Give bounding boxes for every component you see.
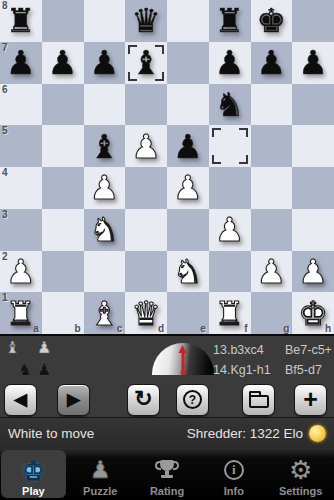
square-b7[interactable]: ♟ xyxy=(42,42,84,84)
square-b6[interactable] xyxy=(42,84,84,126)
file-label: g xyxy=(283,323,289,334)
tab-play[interactable]: ♚ Play xyxy=(1,450,66,498)
white-pawn: ♟ xyxy=(209,209,251,251)
rotate-icon: ↻ xyxy=(134,388,152,410)
square-c6[interactable] xyxy=(84,84,126,126)
square-f3[interactable]: ♟ xyxy=(209,209,251,251)
king-icon: ♚ xyxy=(21,456,45,484)
new-game-button[interactable]: + xyxy=(294,384,327,416)
side-to-move-text: White to move xyxy=(8,426,94,441)
evaluation-gauge xyxy=(152,343,214,375)
toolbar: ◀ ▶ ↻ ? + xyxy=(0,382,334,417)
tab-settings[interactable]: ⚙ Settings xyxy=(267,448,334,500)
square-g1[interactable]: g xyxy=(251,292,293,334)
square-e2[interactable]: ♞ xyxy=(167,251,209,293)
square-e7[interactable] xyxy=(167,42,209,84)
square-f5[interactable] xyxy=(209,125,251,167)
white-knight: ♞ xyxy=(167,251,209,293)
move-list: 13.b3xc4 Be7-c5+ 14.Kg1-h1 Bf5-d7 xyxy=(213,340,332,380)
load-game-button[interactable] xyxy=(242,384,275,416)
captured-black-knight: ♞ xyxy=(18,359,32,381)
tab-label: Info xyxy=(224,485,244,497)
file-label: b xyxy=(74,323,80,334)
square-f6[interactable]: ♞ xyxy=(209,84,251,126)
tab-puzzle[interactable]: ♟ Puzzle xyxy=(67,448,134,500)
square-c1[interactable]: c♝ xyxy=(84,292,126,334)
captured-pieces-tray: ♝♟ ♞♟ xyxy=(2,337,60,383)
back-button[interactable]: ◀ xyxy=(4,384,37,416)
white-pawn: ♟ xyxy=(251,251,293,293)
square-g2[interactable]: ♟ xyxy=(251,251,293,293)
square-h6[interactable] xyxy=(292,84,334,126)
square-c5[interactable]: ♝ xyxy=(84,125,126,167)
square-f4[interactable] xyxy=(209,167,251,209)
square-a8[interactable]: 8♜ xyxy=(0,0,42,42)
move-row: 14.Kg1-h1 Bf5-d7 xyxy=(213,360,332,380)
move-text: Be7-c5+ xyxy=(285,340,332,360)
last-move-marker xyxy=(128,45,164,81)
square-b3[interactable] xyxy=(42,209,84,251)
black-pawn: ♟ xyxy=(84,42,126,84)
white-pawn: ♟ xyxy=(292,251,334,293)
forward-button[interactable]: ▶ xyxy=(57,384,90,416)
square-h1[interactable]: h♚ xyxy=(292,292,334,334)
square-d4[interactable] xyxy=(125,167,167,209)
white-knight: ♞ xyxy=(84,209,126,251)
folder-icon xyxy=(249,395,269,408)
square-e1[interactable]: e xyxy=(167,292,209,334)
black-pawn: ♟ xyxy=(292,42,334,84)
info-panel: ♝♟ ♞♟ 13.b3xc4 Be7-c5+ 14.Kg1-h1 Bf5-d7 xyxy=(0,334,334,382)
square-b4[interactable] xyxy=(42,167,84,209)
square-h5[interactable] xyxy=(292,125,334,167)
tab-bar: ♚ Play ♟ Puzzle Rating i Info ⚙ Settings xyxy=(0,448,334,500)
square-b2[interactable] xyxy=(42,251,84,293)
square-f7[interactable]: ♟ xyxy=(209,42,251,84)
forward-arrow-icon: ▶ xyxy=(67,391,80,408)
tab-rating[interactable]: Rating xyxy=(134,448,201,500)
square-c7[interactable]: ♟ xyxy=(84,42,126,84)
move-text: 13.b3xc4 xyxy=(213,340,285,360)
trophy-icon xyxy=(155,456,179,484)
captured-white-bishop: ♝ xyxy=(5,337,19,359)
question-mark-icon: ? xyxy=(183,390,202,409)
square-e6[interactable] xyxy=(167,84,209,126)
square-h8[interactable] xyxy=(292,0,334,42)
white-pawn: ♟ xyxy=(84,167,126,209)
chess-board: 8♜♛♜♚7♟♟♟♝♟♟♟6♞5♝♟♟4♟♟3♞♟2♟♞♟♟1a♜bc♝d♛ef… xyxy=(0,0,334,334)
square-e8[interactable] xyxy=(167,0,209,42)
black-pawn: ♟ xyxy=(167,125,209,167)
pawn-icon: ♟ xyxy=(89,456,111,484)
square-a4[interactable]: 4 xyxy=(0,167,42,209)
square-g3[interactable] xyxy=(251,209,293,251)
tab-label: Puzzle xyxy=(83,485,117,497)
captured-white-row: ♝♟ xyxy=(2,337,60,359)
file-label: h xyxy=(325,323,331,334)
tab-label: Settings xyxy=(279,485,322,497)
square-c4[interactable]: ♟ xyxy=(84,167,126,209)
sun-strength-icon[interactable] xyxy=(309,425,326,442)
rank-label: 1 xyxy=(2,292,8,303)
tab-label: Rating xyxy=(150,485,184,497)
captured-white-pawn: ♟ xyxy=(37,337,51,359)
move-row: 13.b3xc4 Be7-c5+ xyxy=(213,340,332,360)
black-queen: ♛ xyxy=(125,0,167,42)
square-d1[interactable]: d♛ xyxy=(125,292,167,334)
square-a5[interactable]: 5 xyxy=(0,125,42,167)
square-e5[interactable]: ♟ xyxy=(167,125,209,167)
square-f2[interactable] xyxy=(209,251,251,293)
last-move-marker xyxy=(212,128,248,164)
square-d8[interactable]: ♛ xyxy=(125,0,167,42)
square-g6[interactable] xyxy=(251,84,293,126)
square-g8[interactable]: ♚ xyxy=(251,0,293,42)
square-g7[interactable]: ♟ xyxy=(251,42,293,84)
tab-label: Play xyxy=(22,485,45,497)
square-e4[interactable]: ♟ xyxy=(167,167,209,209)
file-label: f xyxy=(244,323,247,334)
square-g5[interactable] xyxy=(251,125,293,167)
square-f1[interactable]: f♜ xyxy=(209,292,251,334)
move-text: Bf5-d7 xyxy=(285,360,322,380)
square-h2[interactable]: ♟ xyxy=(292,251,334,293)
back-arrow-icon: ◀ xyxy=(14,391,27,408)
square-d7[interactable]: ♝ xyxy=(125,42,167,84)
file-label: d xyxy=(158,323,164,334)
square-c3[interactable]: ♞ xyxy=(84,209,126,251)
tab-info[interactable]: i Info xyxy=(200,448,267,500)
square-g4[interactable] xyxy=(251,167,293,209)
gear-icon: ⚙ xyxy=(289,456,312,484)
square-d5[interactable]: ♟ xyxy=(125,125,167,167)
captured-black-pawn: ♟ xyxy=(37,359,51,381)
square-h7[interactable]: ♟ xyxy=(292,42,334,84)
captured-black-row: ♞♟ xyxy=(2,359,60,381)
flip-board-button[interactable]: ↻ xyxy=(127,384,160,416)
square-c2[interactable] xyxy=(84,251,126,293)
file-label: e xyxy=(200,323,206,334)
square-h3[interactable] xyxy=(292,209,334,251)
square-d6[interactable] xyxy=(125,84,167,126)
square-a2[interactable]: 2♟ xyxy=(0,251,42,293)
square-d3[interactable] xyxy=(125,209,167,251)
black-pawn: ♟ xyxy=(251,42,293,84)
info-icon: i xyxy=(224,456,244,484)
black-rook: ♜ xyxy=(209,0,251,42)
white-pawn: ♟ xyxy=(167,167,209,209)
rank-label: 2 xyxy=(2,251,8,262)
move-text: 14.Kg1-h1 xyxy=(213,360,285,380)
rank-label: 7 xyxy=(2,42,8,53)
file-label: c xyxy=(117,323,123,334)
engine-elo-text: Shredder: 1322 Elo xyxy=(187,426,303,441)
square-d2[interactable] xyxy=(125,251,167,293)
square-a1[interactable]: 1a♜ xyxy=(0,292,42,334)
square-a7[interactable]: 7♟ xyxy=(0,42,42,84)
black-knight: ♞ xyxy=(209,84,251,126)
rank-label: 8 xyxy=(2,0,8,11)
gauge-needle-icon xyxy=(182,352,185,374)
rank-label: 6 xyxy=(2,84,8,95)
black-bishop: ♝ xyxy=(84,125,126,167)
hint-button[interactable]: ? xyxy=(176,384,209,416)
square-b1[interactable]: b xyxy=(42,292,84,334)
square-c8[interactable] xyxy=(84,0,126,42)
black-pawn: ♟ xyxy=(42,42,84,84)
file-label: a xyxy=(33,323,39,334)
rank-label: 5 xyxy=(2,125,8,136)
shredder-chess-app: 8♜♛♜♚7♟♟♟♝♟♟♟6♞5♝♟♟4♟♟3♞♟2♟♞♟♟1a♜bc♝d♛ef… xyxy=(0,0,334,500)
rank-label: 3 xyxy=(2,209,8,220)
plus-icon: + xyxy=(303,387,318,412)
rank-label: 4 xyxy=(2,167,8,178)
white-pawn: ♟ xyxy=(125,125,167,167)
square-f8[interactable]: ♜ xyxy=(209,0,251,42)
square-e3[interactable] xyxy=(167,209,209,251)
black-king: ♚ xyxy=(251,0,293,42)
status-bar: White to move Shredder: 1322 Elo xyxy=(0,417,334,448)
square-a3[interactable]: 3 xyxy=(0,209,42,251)
square-b8[interactable] xyxy=(42,0,84,42)
square-b5[interactable] xyxy=(42,125,84,167)
square-h4[interactable] xyxy=(292,167,334,209)
black-pawn: ♟ xyxy=(209,42,251,84)
square-a6[interactable]: 6 xyxy=(0,84,42,126)
